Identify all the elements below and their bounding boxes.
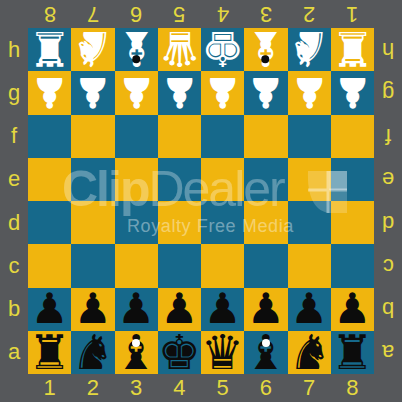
rank-label: h (374, 28, 402, 71)
board-square-e2 (71, 158, 114, 201)
piece-white-rook: ♜ (28, 28, 71, 71)
piece-white-pawn: ♟ (115, 71, 158, 114)
label-text: f (11, 125, 17, 147)
piece-white-bishop: ♝ (244, 28, 287, 71)
board-square-h6: ♝ (244, 28, 287, 71)
piece-white-pawn: ♟ (244, 71, 287, 114)
rank-label: e (374, 158, 402, 201)
label-text: 5 (217, 377, 229, 399)
label-text: 6 (260, 377, 272, 399)
board-square-h5: ♚ (201, 28, 244, 71)
board-square-d1 (28, 201, 71, 244)
board-square-a7: ♞ (288, 331, 331, 374)
piece-white-bishop: ♝ (115, 28, 158, 71)
board-square-h2: ♞ (71, 28, 114, 71)
board-square-e8 (331, 158, 374, 201)
label-text: a (382, 341, 394, 363)
board-square-h3: ♝ (115, 28, 158, 71)
board-square-e4 (158, 158, 201, 201)
label-text: c (383, 255, 394, 277)
piece-black-king: ♚ (158, 331, 201, 374)
label-text: 8 (346, 377, 358, 399)
label-text: b (8, 298, 20, 320)
rank-label: d (374, 201, 402, 244)
rank-label: g (374, 71, 402, 114)
bishop-head-dot (262, 55, 270, 63)
chess-board: ♜♞♝♛♚♝♞♜♟♟♟♟♟♟♟♟♟♟♟♟♟♟♟♟♜♞♝♚♛♝♞♜ (28, 28, 374, 374)
rank-label: b (0, 288, 28, 331)
board-square-d2 (71, 201, 114, 244)
label-text: 3 (130, 377, 142, 399)
label-text: a (8, 341, 20, 363)
rank-labels-left: hgfedcba (0, 28, 28, 374)
label-text: b (382, 298, 394, 320)
board-square-c3 (115, 244, 158, 287)
bishop-head-dot (132, 55, 140, 63)
board-square-h8: ♜ (331, 28, 374, 71)
board-square-f4 (158, 115, 201, 158)
board-square-e5 (201, 158, 244, 201)
label-text: 4 (173, 377, 185, 399)
piece-white-pawn: ♟ (201, 71, 244, 114)
rank-label: f (374, 115, 402, 158)
rank-label: e (0, 158, 28, 201)
board-square-c1 (28, 244, 71, 287)
board-square-h1: ♜ (28, 28, 71, 71)
board-square-c2 (71, 244, 114, 287)
board-square-f5 (201, 115, 244, 158)
board-square-a2: ♞ (71, 331, 114, 374)
board-square-h7: ♞ (288, 28, 331, 71)
board-square-d6 (244, 201, 287, 244)
board-square-h4: ♛ (158, 28, 201, 71)
board-square-d5 (201, 201, 244, 244)
board-square-f3 (115, 115, 158, 158)
board-square-c7 (288, 244, 331, 287)
label-text: d (382, 212, 394, 234)
rank-labels-right: hgfedcba (374, 28, 402, 374)
bishop-head-dot (262, 339, 270, 347)
label-text: g (382, 82, 394, 104)
piece-white-pawn: ♟ (331, 71, 374, 114)
board-square-g4: ♟ (158, 71, 201, 114)
piece-white-rook: ♜ (331, 28, 374, 71)
piece-white-pawn: ♟ (28, 71, 71, 114)
board-square-d8 (331, 201, 374, 244)
rank-label: d (0, 201, 28, 244)
rank-label: b (374, 288, 402, 331)
label-text: e (382, 168, 394, 190)
rank-label: g (0, 71, 28, 114)
board-square-d4 (158, 201, 201, 244)
board-square-a1: ♜ (28, 331, 71, 374)
label-text: f (385, 125, 391, 147)
label-text: e (8, 168, 20, 190)
label-text: h (8, 39, 20, 61)
rank-label: c (0, 244, 28, 287)
board-square-g3: ♟ (115, 71, 158, 114)
board-square-d7 (288, 201, 331, 244)
board-square-g8: ♟ (331, 71, 374, 114)
piece-black-rook: ♜ (331, 331, 374, 374)
rank-label: a (0, 331, 28, 374)
piece-black-bishop: ♝ (115, 331, 158, 374)
board-square-c4 (158, 244, 201, 287)
board-square-g2: ♟ (71, 71, 114, 114)
piece-black-knight: ♞ (71, 331, 114, 374)
board-square-g1: ♟ (28, 71, 71, 114)
label-text: g (8, 82, 20, 104)
stock-image-chessboard: 87654321 12345678 hgfedcba hgfedcba ♜♞♝♛… (0, 0, 402, 402)
board-square-e6 (244, 158, 287, 201)
board-square-a8: ♜ (331, 331, 374, 374)
board-square-g7: ♟ (288, 71, 331, 114)
board-square-a5: ♛ (201, 331, 244, 374)
board-square-f8 (331, 115, 374, 158)
board-square-e3 (115, 158, 158, 201)
board-square-g5: ♟ (201, 71, 244, 114)
rank-label: c (374, 244, 402, 287)
label-text: c (9, 255, 20, 277)
piece-black-bishop: ♝ (244, 331, 287, 374)
board-square-c6 (244, 244, 287, 287)
piece-white-pawn: ♟ (71, 71, 114, 114)
rank-label: a (374, 331, 402, 374)
board-square-c5 (201, 244, 244, 287)
piece-black-queen: ♛ (201, 331, 244, 374)
piece-black-rook: ♜ (28, 331, 71, 374)
board-square-a3: ♝ (115, 331, 158, 374)
label-text: d (8, 212, 20, 234)
board-square-e1 (28, 158, 71, 201)
piece-white-queen: ♛ (158, 28, 201, 71)
board-square-f2 (71, 115, 114, 158)
board-square-f6 (244, 115, 287, 158)
board-square-g6: ♟ (244, 71, 287, 114)
rank-label: f (0, 115, 28, 158)
piece-white-pawn: ♟ (158, 71, 201, 114)
bishop-head-dot (132, 339, 140, 347)
board-square-c8 (331, 244, 374, 287)
rank-label: h (0, 28, 28, 71)
board-square-d3 (115, 201, 158, 244)
board-square-a4: ♚ (158, 331, 201, 374)
piece-white-knight: ♞ (71, 28, 114, 71)
board-square-a6: ♝ (244, 331, 287, 374)
board-square-e7 (288, 158, 331, 201)
label-text: 1 (44, 377, 56, 399)
piece-black-knight: ♞ (288, 331, 331, 374)
piece-white-knight: ♞ (288, 28, 331, 71)
board-square-f1 (28, 115, 71, 158)
label-text: h (382, 39, 394, 61)
board-square-f7 (288, 115, 331, 158)
piece-white-pawn: ♟ (288, 71, 331, 114)
piece-white-king: ♚ (201, 28, 244, 71)
